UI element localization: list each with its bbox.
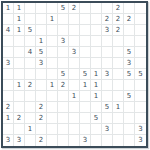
empty-cell-r12c9[interactable] bbox=[102, 135, 113, 146]
clue-cell-r1c1: 1 bbox=[14, 14, 25, 25]
empty-cell-r4c10[interactable] bbox=[113, 47, 124, 58]
clue-cell-r2c0: 4 bbox=[3, 25, 14, 36]
empty-cell-r4c9[interactable] bbox=[102, 47, 113, 58]
empty-cell-r3c10[interactable] bbox=[113, 36, 124, 47]
empty-cell-r4c8[interactable] bbox=[91, 47, 102, 58]
clue-cell-r7c1: 1 bbox=[14, 80, 25, 91]
empty-cell-r0c11[interactable] bbox=[124, 3, 135, 14]
empty-cell-r12c4[interactable] bbox=[47, 135, 58, 146]
clue-cell-r12c3: 2 bbox=[36, 135, 47, 146]
empty-cell-r9c8[interactable] bbox=[91, 102, 102, 113]
empty-cell-r3c0[interactable] bbox=[3, 36, 14, 47]
empty-cell-r5c9[interactable] bbox=[102, 58, 113, 69]
empty-cell-r6c2[interactable] bbox=[25, 69, 36, 80]
empty-cell-r8c1[interactable] bbox=[14, 91, 25, 102]
empty-cell-r4c7[interactable] bbox=[80, 47, 91, 58]
empty-cell-r7c6[interactable] bbox=[69, 80, 80, 91]
empty-cell-r0c9[interactable] bbox=[102, 3, 113, 14]
empty-cell-r10c9[interactable] bbox=[102, 113, 113, 124]
empty-cell-r1c5[interactable] bbox=[58, 14, 69, 25]
empty-cell-r9c4[interactable] bbox=[47, 102, 58, 113]
clue-cell-r0c10: 2 bbox=[113, 3, 124, 14]
empty-cell-r2c5[interactable] bbox=[58, 25, 69, 36]
empty-cell-r2c4[interactable] bbox=[47, 25, 58, 36]
empty-cell-r12c5[interactable] bbox=[58, 135, 69, 146]
empty-cell-r9c6[interactable] bbox=[69, 102, 80, 113]
clue-cell-r6c11: 5 bbox=[124, 69, 135, 80]
empty-cell-r5c8[interactable] bbox=[91, 58, 102, 69]
empty-cell-r3c2[interactable] bbox=[25, 36, 36, 47]
empty-cell-r11c8[interactable] bbox=[91, 124, 102, 135]
empty-cell-r6c0[interactable] bbox=[3, 69, 14, 80]
clue-cell-r5c3: 3 bbox=[36, 58, 47, 69]
empty-cell-r3c12[interactable] bbox=[135, 36, 146, 47]
empty-cell-r11c3[interactable] bbox=[36, 124, 47, 135]
clue-cell-r7c2: 2 bbox=[25, 80, 36, 91]
empty-cell-r8c4[interactable] bbox=[47, 91, 58, 102]
clue-cell-r6c7: 5 bbox=[80, 69, 91, 80]
empty-cell-r11c0[interactable] bbox=[3, 124, 14, 135]
empty-cell-r11c4[interactable] bbox=[47, 124, 58, 135]
empty-cell-r6c3[interactable] bbox=[36, 69, 47, 80]
empty-cell-r8c3[interactable] bbox=[36, 91, 47, 102]
clue-cell-r0c6: 2 bbox=[69, 3, 80, 14]
clue-cell-r12c1: 3 bbox=[14, 135, 25, 146]
clue-cell-r5c11: 3 bbox=[124, 58, 135, 69]
empty-cell-r0c3[interactable] bbox=[36, 3, 47, 14]
empty-cell-r11c5[interactable] bbox=[58, 124, 69, 135]
empty-cell-r4c12[interactable] bbox=[135, 47, 146, 58]
clue-cell-r8c8: 1 bbox=[91, 91, 102, 102]
empty-cell-r9c1[interactable] bbox=[14, 102, 25, 113]
empty-cell-r7c12[interactable] bbox=[135, 80, 146, 91]
clue-cell-r11c2: 1 bbox=[25, 124, 36, 135]
empty-cell-r12c8[interactable] bbox=[91, 135, 102, 146]
empty-cell-r8c9[interactable] bbox=[102, 91, 113, 102]
clue-cell-r6c9: 3 bbox=[102, 69, 113, 80]
empty-cell-r0c12[interactable] bbox=[135, 3, 146, 14]
clue-cell-r2c10: 2 bbox=[113, 25, 124, 36]
clue-cell-r6c5: 5 bbox=[58, 69, 69, 80]
empty-cell-r3c7[interactable] bbox=[80, 36, 91, 47]
clue-cell-r4c6: 3 bbox=[69, 47, 80, 58]
empty-cell-r8c7[interactable] bbox=[80, 91, 91, 102]
empty-cell-r0c7[interactable] bbox=[80, 3, 91, 14]
empty-cell-r10c7[interactable] bbox=[80, 113, 91, 124]
empty-cell-r10c5[interactable] bbox=[58, 113, 69, 124]
empty-cell-r10c6[interactable] bbox=[69, 113, 80, 124]
clue-cell-r1c4: 1 bbox=[47, 14, 58, 25]
clue-cell-r5c0: 3 bbox=[3, 58, 14, 69]
clue-cell-r8c11: 5 bbox=[124, 91, 135, 102]
empty-cell-r11c6[interactable] bbox=[69, 124, 80, 135]
empty-cell-r8c2[interactable] bbox=[25, 91, 36, 102]
empty-cell-r10c4[interactable] bbox=[47, 113, 58, 124]
clue-cell-r11c12: 3 bbox=[135, 124, 146, 135]
empty-cell-r12c2[interactable] bbox=[25, 135, 36, 146]
empty-cell-r0c4[interactable] bbox=[47, 3, 58, 14]
empty-cell-r7c9[interactable] bbox=[102, 80, 113, 91]
clue-cell-r9c9: 5 bbox=[102, 102, 113, 113]
empty-cell-r3c11[interactable] bbox=[124, 36, 135, 47]
empty-cell-r12c11[interactable] bbox=[124, 135, 135, 146]
empty-cell-r6c1[interactable] bbox=[14, 69, 25, 80]
empty-cell-r3c1[interactable] bbox=[14, 36, 25, 47]
empty-cell-r11c1[interactable] bbox=[14, 124, 25, 135]
empty-cell-r8c5[interactable] bbox=[58, 91, 69, 102]
empty-cell-r1c0[interactable] bbox=[3, 14, 14, 25]
empty-cell-r5c2[interactable] bbox=[25, 58, 36, 69]
clue-cell-r1c10: 2 bbox=[113, 14, 124, 25]
clue-cell-r7c8: 1 bbox=[91, 80, 102, 91]
empty-cell-r10c11[interactable] bbox=[124, 113, 135, 124]
empty-cell-r4c4[interactable] bbox=[47, 47, 58, 58]
empty-cell-r6c6[interactable] bbox=[69, 69, 80, 80]
empty-cell-r1c6[interactable] bbox=[69, 14, 80, 25]
clue-cell-r9c10: 1 bbox=[113, 102, 124, 113]
empty-cell-r7c0[interactable] bbox=[3, 80, 14, 91]
empty-cell-r9c7[interactable] bbox=[80, 102, 91, 113]
empty-cell-r6c4[interactable] bbox=[47, 69, 58, 80]
clue-cell-r3c3: 1 bbox=[36, 36, 47, 47]
clue-cell-r2c2: 5 bbox=[25, 25, 36, 36]
clue-cell-r10c3: 2 bbox=[36, 113, 47, 124]
clue-cell-r0c0: 1 bbox=[3, 3, 14, 14]
clue-cell-r2c1: 1 bbox=[14, 25, 25, 36]
empty-cell-r4c0[interactable] bbox=[3, 47, 14, 58]
empty-cell-r9c11[interactable] bbox=[124, 102, 135, 113]
empty-cell-r6c10[interactable] bbox=[113, 69, 124, 80]
empty-cell-r5c1[interactable] bbox=[14, 58, 25, 69]
empty-cell-r2c8[interactable] bbox=[91, 25, 102, 36]
empty-cell-r1c7[interactable] bbox=[80, 14, 91, 25]
clue-cell-r12c0: 3 bbox=[3, 135, 14, 146]
clue-cell-r4c2: 4 bbox=[25, 47, 36, 58]
empty-cell-r12c6[interactable] bbox=[69, 135, 80, 146]
empty-cell-r9c5[interactable] bbox=[58, 102, 69, 113]
clue-cell-r1c11: 2 bbox=[124, 14, 135, 25]
empty-cell-r2c7[interactable] bbox=[80, 25, 91, 36]
empty-cell-r5c12[interactable] bbox=[135, 58, 146, 69]
clue-cell-r4c3: 5 bbox=[36, 47, 47, 58]
empty-cell-r3c8[interactable] bbox=[91, 36, 102, 47]
empty-cell-r8c12[interactable] bbox=[135, 91, 146, 102]
empty-cell-r8c0[interactable] bbox=[3, 91, 14, 102]
empty-cell-r5c6[interactable] bbox=[69, 58, 80, 69]
empty-cell-r2c12[interactable] bbox=[135, 25, 146, 36]
empty-cell-r1c8[interactable] bbox=[91, 14, 102, 25]
clue-cell-r2c9: 3 bbox=[102, 25, 113, 36]
clue-cell-r4c11: 5 bbox=[124, 47, 135, 58]
empty-cell-r11c11[interactable] bbox=[124, 124, 135, 135]
empty-cell-r5c7[interactable] bbox=[80, 58, 91, 69]
empty-cell-r7c3[interactable] bbox=[36, 80, 47, 91]
empty-cell-r5c4[interactable] bbox=[47, 58, 58, 69]
empty-cell-r1c3[interactable] bbox=[36, 14, 47, 25]
empty-cell-r5c10[interactable] bbox=[113, 58, 124, 69]
empty-cell-r12c10[interactable] bbox=[113, 135, 124, 146]
empty-cell-r11c10[interactable] bbox=[113, 124, 124, 135]
empty-cell-r10c12[interactable] bbox=[135, 113, 146, 124]
empty-cell-r10c2[interactable] bbox=[25, 113, 36, 124]
clue-cell-r9c0: 2 bbox=[3, 102, 14, 113]
empty-cell-r9c2[interactable] bbox=[25, 102, 36, 113]
empty-cell-r3c6[interactable] bbox=[69, 36, 80, 47]
empty-cell-r4c1[interactable] bbox=[14, 47, 25, 58]
clue-cell-r10c8: 5 bbox=[91, 113, 102, 124]
empty-cell-r11c7[interactable] bbox=[80, 124, 91, 135]
empty-cell-r7c10[interactable] bbox=[113, 80, 124, 91]
puzzle-board: 1152211222415321345353335513551212111152… bbox=[1, 1, 148, 148]
clue-cell-r7c5: 2 bbox=[58, 80, 69, 91]
empty-cell-r2c6[interactable] bbox=[69, 25, 80, 36]
empty-cell-r0c8[interactable] bbox=[91, 3, 102, 14]
clue-cell-r0c1: 1 bbox=[14, 3, 25, 14]
empty-cell-r1c12[interactable] bbox=[135, 14, 146, 25]
empty-cell-r8c10[interactable] bbox=[113, 91, 124, 102]
clue-cell-r0c5: 5 bbox=[58, 3, 69, 14]
empty-cell-r2c3[interactable] bbox=[36, 25, 47, 36]
empty-cell-r2c11[interactable] bbox=[124, 25, 135, 36]
clue-cell-r6c12: 5 bbox=[135, 69, 146, 80]
clue-cell-r10c0: 1 bbox=[3, 113, 14, 124]
clue-cell-r6c8: 1 bbox=[91, 69, 102, 80]
empty-cell-r1c2[interactable] bbox=[25, 14, 36, 25]
clue-cell-r1c9: 2 bbox=[102, 14, 113, 25]
clue-cell-r12c12: 3 bbox=[135, 135, 146, 146]
clue-cell-r3c5: 3 bbox=[58, 36, 69, 47]
clue-cell-r7c4: 1 bbox=[47, 80, 58, 91]
empty-cell-r3c4[interactable] bbox=[47, 36, 58, 47]
empty-cell-r3c9[interactable] bbox=[102, 36, 113, 47]
empty-cell-r4c5[interactable] bbox=[58, 47, 69, 58]
clue-cell-r7c7: 1 bbox=[80, 80, 91, 91]
clue-cell-r11c9: 3 bbox=[102, 124, 113, 135]
empty-cell-r10c10[interactable] bbox=[113, 113, 124, 124]
clue-cell-r9c3: 2 bbox=[36, 102, 47, 113]
clue-cell-r8c6: 1 bbox=[69, 91, 80, 102]
empty-cell-r7c11[interactable] bbox=[124, 80, 135, 91]
clue-cell-r10c1: 2 bbox=[14, 113, 25, 124]
empty-cell-r0c2[interactable] bbox=[25, 3, 36, 14]
clue-cell-r12c7: 3 bbox=[80, 135, 91, 146]
empty-cell-r9c12[interactable] bbox=[135, 102, 146, 113]
empty-cell-r5c5[interactable] bbox=[58, 58, 69, 69]
